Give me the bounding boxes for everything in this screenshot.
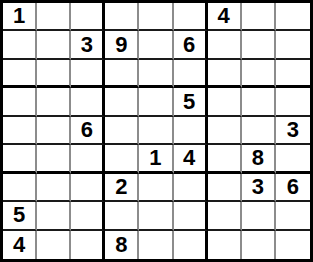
cell-r9c7[interactable] xyxy=(208,231,242,259)
cell-r6c3[interactable] xyxy=(71,145,105,173)
cell-r3c7[interactable] xyxy=(208,60,242,88)
cell-r8c8[interactable] xyxy=(242,202,276,230)
cell-r6c6: 4 xyxy=(174,145,208,173)
cell-r9c8[interactable] xyxy=(242,231,276,259)
cell-r7c4: 2 xyxy=(105,174,139,202)
cell-r4c4[interactable] xyxy=(105,88,139,116)
sudoku-board: 14396563148236548 xyxy=(0,0,313,262)
cell-r4c7[interactable] xyxy=(208,88,242,116)
cell-r4c6: 5 xyxy=(174,88,208,116)
cell-r7c6[interactable] xyxy=(174,174,208,202)
cell-r3c3[interactable] xyxy=(71,60,105,88)
cell-r1c7: 4 xyxy=(208,3,242,31)
cell-r9c3[interactable] xyxy=(71,231,105,259)
cell-r3c4[interactable] xyxy=(105,60,139,88)
cell-r7c9: 6 xyxy=(276,174,310,202)
cell-r4c8[interactable] xyxy=(242,88,276,116)
cell-r4c5[interactable] xyxy=(139,88,173,116)
cell-r1c1: 1 xyxy=(3,3,37,31)
cell-r5c7[interactable] xyxy=(208,117,242,145)
cell-r1c2[interactable] xyxy=(37,3,71,31)
cell-r5c9: 3 xyxy=(276,117,310,145)
cell-r2c3: 3 xyxy=(71,31,105,59)
cell-r6c2[interactable] xyxy=(37,145,71,173)
cell-r5c1[interactable] xyxy=(3,117,37,145)
cell-r7c3[interactable] xyxy=(71,174,105,202)
cell-r3c5[interactable] xyxy=(139,60,173,88)
cell-r2c4: 9 xyxy=(105,31,139,59)
cell-r9c4: 8 xyxy=(105,231,139,259)
cell-r3c8[interactable] xyxy=(242,60,276,88)
cell-r1c3[interactable] xyxy=(71,3,105,31)
cell-r7c1[interactable] xyxy=(3,174,37,202)
cell-r8c6[interactable] xyxy=(174,202,208,230)
cell-r8c7[interactable] xyxy=(208,202,242,230)
cell-r3c1[interactable] xyxy=(3,60,37,88)
cell-r4c2[interactable] xyxy=(37,88,71,116)
cell-r2c6: 6 xyxy=(174,31,208,59)
cell-r7c8: 3 xyxy=(242,174,276,202)
cell-r8c4[interactable] xyxy=(105,202,139,230)
cell-r5c3: 6 xyxy=(71,117,105,145)
cell-r2c2[interactable] xyxy=(37,31,71,59)
cell-r9c5[interactable] xyxy=(139,231,173,259)
cell-r5c6[interactable] xyxy=(174,117,208,145)
cell-r8c2[interactable] xyxy=(37,202,71,230)
cell-r5c2[interactable] xyxy=(37,117,71,145)
cell-r2c1[interactable] xyxy=(3,31,37,59)
cell-r6c4[interactable] xyxy=(105,145,139,173)
cell-r8c1: 5 xyxy=(3,202,37,230)
cell-r9c6[interactable] xyxy=(174,231,208,259)
cell-r6c1[interactable] xyxy=(3,145,37,173)
cell-r9c2[interactable] xyxy=(37,231,71,259)
cell-r7c7[interactable] xyxy=(208,174,242,202)
cell-r4c9[interactable] xyxy=(276,88,310,116)
cell-r1c8[interactable] xyxy=(242,3,276,31)
cell-r2c9[interactable] xyxy=(276,31,310,59)
cell-r4c1[interactable] xyxy=(3,88,37,116)
cell-r9c1: 4 xyxy=(3,231,37,259)
cell-r7c5[interactable] xyxy=(139,174,173,202)
cell-r6c8: 8 xyxy=(242,145,276,173)
cell-r1c9[interactable] xyxy=(276,3,310,31)
cell-r2c7[interactable] xyxy=(208,31,242,59)
cell-r3c6[interactable] xyxy=(174,60,208,88)
cell-r5c5[interactable] xyxy=(139,117,173,145)
cell-r2c8[interactable] xyxy=(242,31,276,59)
cell-r8c5[interactable] xyxy=(139,202,173,230)
cell-r6c9[interactable] xyxy=(276,145,310,173)
cell-r3c9[interactable] xyxy=(276,60,310,88)
cell-r8c3[interactable] xyxy=(71,202,105,230)
cell-r5c8[interactable] xyxy=(242,117,276,145)
cell-r3c2[interactable] xyxy=(37,60,71,88)
cell-r9c9[interactable] xyxy=(276,231,310,259)
cell-r1c4[interactable] xyxy=(105,3,139,31)
cell-r6c7[interactable] xyxy=(208,145,242,173)
cell-r1c5[interactable] xyxy=(139,3,173,31)
cell-r2c5[interactable] xyxy=(139,31,173,59)
cell-r8c9[interactable] xyxy=(276,202,310,230)
cell-r7c2[interactable] xyxy=(37,174,71,202)
cell-r5c4[interactable] xyxy=(105,117,139,145)
cell-r6c5: 1 xyxy=(139,145,173,173)
cell-r1c6[interactable] xyxy=(174,3,208,31)
cell-r4c3[interactable] xyxy=(71,88,105,116)
